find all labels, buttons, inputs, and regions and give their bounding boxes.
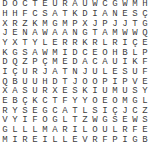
grid-cell[interactable]: E <box>120 10 130 20</box>
word-search-grid: DOCTEURAUWCGWMHHHFCSATKDIANESÇXRZKMGMPXJ… <box>0 0 150 145</box>
grid-cell[interactable]: Y <box>30 39 40 49</box>
grid-cell[interactable]: P <box>110 135 120 145</box>
grid-cell[interactable]: C <box>40 97 50 107</box>
grid-cell[interactable]: A <box>100 10 110 20</box>
grid-cell[interactable]: T <box>60 10 70 20</box>
grid-cell[interactable]: U <box>20 68 30 78</box>
grid-cell[interactable]: K <box>80 39 90 49</box>
grid-cell[interactable]: I <box>90 10 100 20</box>
grid-cell[interactable]: A <box>50 10 60 20</box>
grid-cell[interactable]: H <box>0 10 10 20</box>
grid-cell[interactable]: Ç <box>130 39 140 49</box>
grid-cell[interactable]: U <box>100 126 110 136</box>
grid-cell[interactable]: I <box>10 135 20 145</box>
grid-cell[interactable]: K <box>30 97 40 107</box>
grid-cell[interactable]: O <box>90 97 100 107</box>
grid-cell[interactable]: R <box>110 39 120 49</box>
grid-cell[interactable]: H <box>10 10 20 20</box>
grid-cell[interactable]: S <box>120 68 130 78</box>
grid-cell[interactable]: B <box>10 97 20 107</box>
grid-cell[interactable]: R <box>90 39 100 49</box>
grid-cell[interactable]: R <box>70 39 80 49</box>
grid-cell[interactable]: E <box>100 97 110 107</box>
grid-cell[interactable]: R <box>30 68 40 78</box>
grid-cell[interactable]: Ç <box>20 97 30 107</box>
grid-cell[interactable]: U <box>130 68 140 78</box>
grid-cell[interactable]: Ç <box>10 68 20 78</box>
grid-cell[interactable]: E <box>110 68 120 78</box>
grid-cell[interactable]: L <box>140 97 150 107</box>
grid-cell[interactable]: L <box>40 39 50 49</box>
grid-cell[interactable]: L <box>20 126 30 136</box>
grid-cell[interactable]: I <box>0 68 10 78</box>
grid-cell[interactable]: N <box>110 10 120 20</box>
grid-cell[interactable]: V <box>80 135 90 145</box>
grid-cell[interactable]: I <box>70 126 80 136</box>
grid-cell[interactable]: L <box>110 126 120 136</box>
grid-cell[interactable]: L <box>10 126 20 136</box>
grid-cell[interactable]: F <box>20 10 30 20</box>
grid-cell[interactable]: U <box>90 68 100 78</box>
grid-cell[interactable]: R <box>90 135 100 145</box>
grid-cell[interactable]: L <box>80 126 90 136</box>
grid-cell[interactable]: G <box>0 126 10 136</box>
grid-cell[interactable]: J <box>40 68 50 78</box>
grid-cell[interactable]: Y <box>0 39 10 49</box>
grid-cell[interactable]: D <box>80 10 90 20</box>
grid-cell[interactable]: M <box>40 126 50 136</box>
grid-cell[interactable]: K <box>70 10 80 20</box>
grid-cell[interactable]: G <box>130 135 140 145</box>
grid-cell[interactable]: E <box>70 135 80 145</box>
grid-cell[interactable]: E <box>0 97 10 107</box>
grid-cell[interactable]: A <box>50 68 60 78</box>
grid-cell[interactable]: Y <box>70 97 80 107</box>
grid-cell[interactable]: Y <box>80 97 90 107</box>
grid-cell[interactable]: A <box>50 126 60 136</box>
grid-cell[interactable]: O <box>90 126 100 136</box>
grid-cell[interactable]: I <box>120 39 130 49</box>
grid-cell[interactable]: F <box>140 68 150 78</box>
grid-cell[interactable]: F <box>60 97 70 107</box>
grid-cell[interactable]: C <box>30 10 40 20</box>
grid-cell[interactable]: X <box>10 39 20 49</box>
grid-cell[interactable]: N <box>70 68 80 78</box>
grid-cell[interactable]: S <box>130 10 140 20</box>
grid-cell[interactable]: Ç <box>140 10 150 20</box>
grid-cell[interactable]: R <box>60 39 70 49</box>
grid-cell[interactable]: L <box>60 135 70 145</box>
grid-cell[interactable]: T <box>60 68 70 78</box>
grid-cell[interactable]: E <box>140 126 150 136</box>
grid-cell[interactable]: T <box>20 39 30 49</box>
grid-cell[interactable]: E <box>140 39 150 49</box>
grid-cell[interactable]: R <box>60 126 70 136</box>
grid-cell[interactable]: G <box>130 97 140 107</box>
grid-cell[interactable]: E <box>30 135 40 145</box>
grid-cell[interactable]: L <box>30 126 40 136</box>
grid-cell[interactable]: I <box>40 135 50 145</box>
grid-cell[interactable]: T <box>50 97 60 107</box>
grid-cell[interactable]: L <box>100 68 110 78</box>
grid-cell[interactable]: L <box>50 135 60 145</box>
grid-cell[interactable]: O <box>110 97 120 107</box>
grid-cell[interactable]: L <box>100 39 110 49</box>
grid-cell[interactable]: I <box>120 135 130 145</box>
grid-cell[interactable]: E <box>50 39 60 49</box>
grid-cell[interactable]: R <box>20 135 30 145</box>
grid-cell[interactable]: S <box>40 10 50 20</box>
grid-cell[interactable]: F <box>130 126 140 136</box>
grid-cell[interactable]: M <box>120 97 130 107</box>
grid-cell[interactable]: R <box>120 126 130 136</box>
grid-cell[interactable]: F <box>100 135 110 145</box>
grid-cell[interactable]: M <box>0 135 10 145</box>
grid-cell[interactable]: J <box>80 68 90 78</box>
grid-cell[interactable]: B <box>140 135 150 145</box>
